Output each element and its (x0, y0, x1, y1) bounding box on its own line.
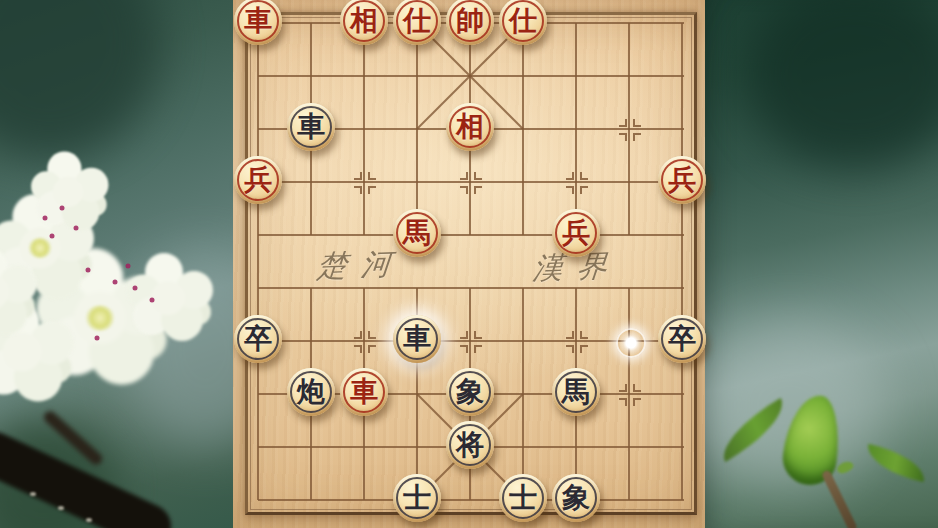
position-mark (580, 186, 588, 194)
position-mark (460, 345, 468, 353)
position-mark (633, 384, 641, 392)
blossom-flower (0, 275, 9, 309)
grid-line (681, 23, 683, 500)
piece-glyph: 仕 (509, 7, 537, 35)
blossom-flower (151, 281, 185, 315)
position-mark (354, 186, 362, 194)
position-mark (566, 331, 574, 339)
blossom-anther (126, 264, 131, 269)
piece-black-soldier[interactable]: 卒 (234, 315, 282, 363)
background-photo-right (705, 0, 938, 528)
blossom-anther (43, 216, 48, 221)
branch-speck (86, 518, 92, 522)
background-photo-left (0, 0, 233, 528)
piece-glyph: 馬 (403, 219, 431, 247)
leaf-twig (821, 469, 858, 528)
position-mark (633, 133, 641, 141)
blossom-anther (95, 336, 100, 341)
position-mark (474, 331, 482, 339)
position-mark (580, 172, 588, 180)
blossom-anther (150, 298, 155, 303)
piece-red-chariot[interactable]: 車 (340, 368, 388, 416)
river-label-chu-he: 楚河 (315, 243, 407, 287)
piece-black-horse[interactable]: 馬 (552, 368, 600, 416)
blossom-anther (74, 226, 79, 231)
blossom-center (85, 305, 115, 331)
piece-black-advisor[interactable]: 士 (499, 474, 547, 522)
background-shadow-blob (0, 0, 160, 160)
blossom-anther (60, 206, 65, 211)
grid-line (628, 23, 630, 235)
position-mark (368, 331, 376, 339)
piece-black-elephant[interactable]: 象 (446, 368, 494, 416)
grid-line (575, 23, 577, 235)
piece-black-elephant[interactable]: 象 (552, 474, 600, 522)
piece-glyph: 兵 (668, 166, 696, 194)
piece-glyph: 車 (403, 325, 431, 353)
piece-black-general[interactable]: 将 (446, 421, 494, 469)
position-mark (474, 172, 482, 180)
branch-speck (58, 506, 64, 510)
piece-glyph: 卒 (668, 325, 696, 353)
blossom-anther (50, 234, 55, 239)
position-mark (619, 384, 627, 392)
piece-glyph: 仕 (403, 7, 431, 35)
piece-glyph: 相 (456, 113, 484, 141)
piece-black-chariot[interactable]: 車 (393, 315, 441, 363)
piece-black-cannon[interactable]: 炮 (287, 368, 335, 416)
grid-line (258, 234, 684, 236)
blossom-anther (86, 268, 91, 273)
grid-line (258, 499, 684, 501)
position-mark (633, 119, 641, 127)
piece-glyph: 帥 (456, 7, 484, 35)
position-mark (474, 186, 482, 194)
position-mark (368, 172, 376, 180)
piece-red-horse[interactable]: 馬 (393, 209, 441, 257)
piece-glyph: 兵 (562, 219, 590, 247)
branch-speck (30, 492, 36, 496)
piece-glyph: 象 (562, 484, 590, 512)
piece-red-soldier[interactable]: 兵 (658, 156, 706, 204)
grid-line (628, 288, 630, 500)
piece-glyph: 車 (297, 113, 325, 141)
piece-glyph: 士 (403, 484, 431, 512)
position-mark (460, 331, 468, 339)
piece-red-elephant[interactable]: 相 (446, 103, 494, 151)
position-mark (619, 119, 627, 127)
piece-red-soldier[interactable]: 兵 (552, 209, 600, 257)
position-mark (354, 345, 362, 353)
move-indicator-dot[interactable] (616, 328, 646, 358)
piece-black-advisor[interactable]: 士 (393, 474, 441, 522)
position-mark (619, 133, 627, 141)
blossom-flower (53, 177, 84, 208)
position-mark (580, 345, 588, 353)
position-mark (580, 331, 588, 339)
piece-glyph: 相 (350, 7, 378, 35)
piece-glyph: 兵 (244, 166, 272, 194)
piece-glyph: 車 (350, 378, 378, 406)
grid-line (258, 287, 684, 289)
piece-glyph: 士 (509, 484, 537, 512)
blossom-anther (113, 280, 118, 285)
piece-black-soldier[interactable]: 卒 (658, 315, 706, 363)
piece-glyph: 車 (244, 7, 272, 35)
piece-black-chariot[interactable]: 車 (287, 103, 335, 151)
piece-glyph: 馬 (562, 378, 590, 406)
screenshot: 楚河 漢界 車相仕帥仕車相兵兵馬兵卒車卒炮車象馬将士士象 (0, 0, 938, 528)
piece-glyph: 卒 (244, 325, 272, 353)
position-mark (368, 345, 376, 353)
position-mark (474, 345, 482, 353)
background-light-blob (120, 250, 233, 450)
piece-glyph: 象 (456, 378, 484, 406)
piece-glyph: 炮 (297, 378, 325, 406)
xiangqi-board[interactable]: 楚河 漢界 車相仕帥仕車相兵兵馬兵卒車卒炮車象馬将士士象 (233, 0, 705, 528)
position-mark (368, 186, 376, 194)
position-mark (460, 172, 468, 180)
blossom-flower (2, 332, 41, 371)
grid-line (258, 181, 684, 183)
blossom-anther (133, 286, 138, 291)
position-mark (633, 398, 641, 406)
grid-line (257, 23, 259, 500)
position-mark (566, 345, 574, 353)
position-mark (566, 172, 574, 180)
blossom-center (28, 238, 52, 259)
position-mark (354, 172, 362, 180)
background-shadow-blob (745, 0, 938, 170)
leaf (863, 444, 929, 482)
position-mark (460, 186, 468, 194)
position-mark (619, 398, 627, 406)
piece-red-soldier[interactable]: 兵 (234, 156, 282, 204)
position-mark (354, 331, 362, 339)
position-mark (566, 186, 574, 194)
grid-line (363, 23, 365, 235)
piece-glyph: 将 (456, 431, 484, 459)
